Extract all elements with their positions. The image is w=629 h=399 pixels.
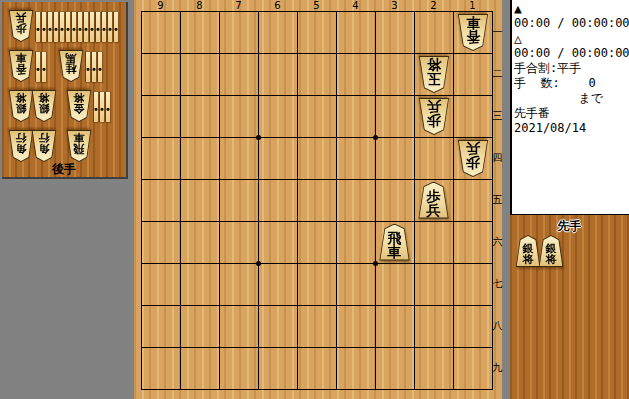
board-square[interactable] (375, 53, 414, 95)
koma-kanji: 飛車 (379, 224, 411, 261)
gote-hand-stacked-piece (105, 91, 110, 122)
gote-hand-row-3: 銀将銀将金将 (8, 86, 110, 122)
turn-indicator: 先手番 (512, 106, 629, 121)
rank-label: 六 (492, 221, 503, 263)
gote-piece[interactable]: 銀将 (31, 90, 57, 122)
board-square[interactable] (414, 137, 453, 179)
gote-hand-stacked-piece (65, 11, 70, 42)
file-label: 2 (414, 0, 453, 11)
rank-label: 二 (492, 53, 503, 95)
rank-label: 一 (492, 11, 503, 53)
gote-hand-stacked-piece (91, 51, 96, 82)
gote-piece[interactable]: 玉将 (418, 56, 450, 93)
sente-hand-group-銀将[interactable]: 銀将銀将 (515, 235, 561, 267)
game-date: 2021/08/14 (512, 121, 629, 136)
board-square[interactable] (219, 263, 258, 305)
star-point (373, 135, 378, 140)
koma-kanji: 歩兵 (457, 140, 489, 177)
board-square[interactable] (453, 221, 492, 263)
gote-piece[interactable]: 飛車 (66, 130, 92, 162)
gote-hand-stacked-piece (89, 11, 94, 42)
board-square[interactable] (414, 347, 453, 389)
occupied-square-3六[interactable]: 飛車 (375, 221, 414, 263)
gote-piece[interactable]: 金将 (66, 90, 92, 122)
sente-piece[interactable]: 飛車 (379, 224, 411, 261)
board-square[interactable] (180, 137, 219, 179)
board-square[interactable] (219, 221, 258, 263)
board-square[interactable] (258, 263, 297, 305)
board-square[interactable] (297, 263, 336, 305)
koma-kanji: 銀将 (31, 90, 57, 122)
gote-hand-group-金将[interactable]: 金将 (66, 90, 110, 122)
rank-label: 九 (492, 347, 503, 389)
gote-hand-stacked-piece (35, 51, 40, 82)
gote-hand-stacked-piece (59, 11, 64, 42)
occupied-square-1四[interactable]: 歩兵 (453, 137, 492, 179)
gote-pane: 歩兵 香車桂馬 銀将銀将金将 角行角行飛車 後手 (0, 0, 134, 399)
board-square[interactable] (297, 179, 336, 221)
rank-label: 三 (492, 95, 503, 137)
koma-kanji: 香車 (8, 50, 34, 82)
board-square[interactable] (219, 179, 258, 221)
board-square[interactable] (180, 179, 219, 221)
board-square[interactable] (141, 179, 180, 221)
rank-label: 七 (492, 263, 503, 305)
board-square[interactable] (453, 179, 492, 221)
koma-kanji: 香車 (457, 14, 489, 51)
board-square[interactable] (219, 11, 258, 53)
board-square[interactable] (258, 11, 297, 53)
board-square[interactable] (414, 305, 453, 347)
file-label: 4 (336, 0, 375, 11)
sente-clock: 00:00 / 00:00:00 (512, 16, 629, 31)
board-square[interactable] (453, 53, 492, 95)
made-label: まで (512, 91, 629, 106)
gote-hand-stacked-piece (53, 11, 58, 42)
star-point (256, 135, 261, 140)
koma-kanji: 角行 (31, 130, 57, 162)
star-point (256, 261, 261, 266)
board-square[interactable] (375, 179, 414, 221)
board-square[interactable] (219, 53, 258, 95)
gote-hand-group-飛車[interactable]: 飛車 (66, 130, 89, 162)
board-square[interactable] (297, 305, 336, 347)
board-square[interactable] (141, 11, 180, 53)
gote-hand-stacked-piece (47, 11, 52, 42)
board-square[interactable] (336, 95, 375, 137)
sente-turn-mark: ▲ (512, 1, 629, 16)
board-square[interactable] (180, 347, 219, 389)
board-square[interactable] (141, 305, 180, 347)
gote-hand-stacked-piece (83, 11, 88, 42)
gote-piece[interactable]: 歩兵 (457, 140, 489, 177)
board-square[interactable] (375, 137, 414, 179)
koma-kanji: 桂馬 (58, 50, 84, 82)
sente-hand-row: 銀将銀将 (515, 235, 561, 267)
koma-kanji: 玉将 (418, 56, 450, 93)
board-square[interactable] (219, 137, 258, 179)
board-square[interactable] (336, 179, 375, 221)
board-square[interactable] (375, 11, 414, 53)
board-square[interactable] (375, 347, 414, 389)
file-labels: 987654321 (141, 0, 492, 11)
occupied-square-1一[interactable]: 香車 (453, 11, 492, 53)
file-label: 1 (453, 0, 492, 11)
sente-piece[interactable]: 歩兵 (418, 182, 450, 219)
gote-hand-stacked-piece (77, 11, 82, 42)
rank-label: 四 (492, 137, 503, 179)
sente-piece[interactable]: 銀将 (538, 235, 564, 267)
board-square[interactable] (414, 11, 453, 53)
board-square[interactable] (336, 305, 375, 347)
file-label: 6 (258, 0, 297, 11)
board-square[interactable] (297, 347, 336, 389)
board-square[interactable] (258, 305, 297, 347)
board-square[interactable] (219, 305, 258, 347)
gote-hand-stacked-piece (107, 11, 112, 42)
board-square[interactable] (141, 347, 180, 389)
gote-hand-group-銀将[interactable]: 銀将銀将 (8, 90, 54, 122)
gote-piece[interactable]: 歩兵 (8, 10, 34, 42)
board-square[interactable] (414, 263, 453, 305)
gote-hand-stacked-piece (95, 11, 100, 42)
shogi-app-window: 歩兵 香車桂馬 銀将銀将金将 角行角行飛車 後手 987654321 一二三四五… (0, 0, 629, 399)
gote-clock: 00:00 / 00:00:00 (512, 46, 629, 61)
board-panel: 987654321 一二三四五六七八九 香車玉将歩兵歩兵歩兵飛車 (134, 0, 502, 399)
occupied-square-2五[interactable]: 歩兵 (414, 179, 453, 221)
board-square[interactable] (141, 263, 180, 305)
board-square[interactable] (180, 53, 219, 95)
board-square[interactable] (141, 53, 180, 95)
gote-hand-stacked-piece (41, 51, 46, 82)
board-square[interactable] (336, 11, 375, 53)
board-square[interactable] (297, 53, 336, 95)
board-square[interactable] (180, 305, 219, 347)
board-square[interactable] (258, 95, 297, 137)
gote-hand-row-2: 香車桂馬 (8, 46, 102, 82)
board-square[interactable] (375, 305, 414, 347)
board-square[interactable] (297, 11, 336, 53)
board-square[interactable] (414, 221, 453, 263)
gote-hand-stacked-piece (97, 51, 102, 82)
gote-hand-group-歩兵[interactable]: 歩兵 (8, 10, 118, 42)
koma-kanji: 歩兵 (8, 10, 34, 42)
koma-kanji: 金将 (66, 90, 92, 122)
koma-kanji: 飛車 (66, 130, 92, 162)
board-square[interactable] (297, 137, 336, 179)
board-square[interactable] (453, 305, 492, 347)
gote-piece[interactable]: 香車 (8, 50, 34, 82)
board-square[interactable] (258, 179, 297, 221)
board-square[interactable] (180, 221, 219, 263)
rank-label: 八 (492, 305, 503, 347)
gote-piece[interactable]: 角行 (31, 130, 57, 162)
board-square[interactable] (336, 263, 375, 305)
occupied-square-2三[interactable]: 歩兵 (414, 95, 453, 137)
board-square[interactable] (453, 263, 492, 305)
koma-kanji: 歩兵 (418, 98, 450, 135)
gote-hand-stacked-piece (85, 51, 90, 82)
gote-hand-stacked-piece (71, 11, 76, 42)
file-label: 5 (297, 0, 336, 11)
gote-hand-stacked-piece (35, 11, 40, 42)
gote-hand-group-香車[interactable]: 香車 (8, 50, 46, 82)
board-square[interactable] (375, 263, 414, 305)
koma-kanji: 銀将 (538, 235, 564, 267)
file-label: 9 (141, 0, 180, 11)
board-square[interactable] (258, 221, 297, 263)
gote-label: 後手 (2, 161, 126, 178)
board-square[interactable] (180, 263, 219, 305)
file-label: 8 (180, 0, 219, 11)
rank-labels: 一二三四五六七八九 (492, 11, 503, 389)
board-square[interactable] (336, 221, 375, 263)
gote-hand-stacked-piece (101, 11, 106, 42)
board-square[interactable] (375, 95, 414, 137)
board-square[interactable] (336, 137, 375, 179)
handicap-text: 手合割:平手 (512, 61, 629, 76)
board-square[interactable] (258, 347, 297, 389)
gote-hand-group-角行[interactable]: 角行角行 (8, 130, 54, 162)
gote-piece[interactable]: 桂馬 (58, 50, 84, 82)
sente-label: 先手 (510, 218, 629, 235)
board-square[interactable] (219, 95, 258, 137)
game-info-panel: ▲ 00:00 / 00:00:00 △ 00:00 / 00:00:00 手合… (510, 0, 629, 214)
gote-turn-mark: △ (512, 31, 629, 46)
right-pane: ▲ 00:00 / 00:00:00 △ 00:00 / 00:00:00 手合… (510, 0, 629, 399)
board-square[interactable] (141, 95, 180, 137)
rank-label: 五 (492, 179, 503, 221)
move-count-text: 手 数: 0 (512, 76, 629, 91)
board-square[interactable] (180, 11, 219, 53)
koma-kanji: 歩兵 (418, 182, 450, 219)
gote-hand-stacked-piece (99, 91, 104, 122)
board-square[interactable] (258, 53, 297, 95)
gote-hand-tray: 歩兵 香車桂馬 銀将銀将金将 角行角行飛車 後手 (2, 2, 128, 179)
board-square[interactable] (180, 95, 219, 137)
board-square[interactable] (141, 221, 180, 263)
board-square[interactable] (453, 95, 492, 137)
gote-hand-stacked-piece (113, 11, 118, 42)
board-square[interactable] (219, 347, 258, 389)
board-square[interactable] (297, 221, 336, 263)
board-square[interactable] (336, 347, 375, 389)
file-label: 3 (375, 0, 414, 11)
board-square[interactable] (141, 137, 180, 179)
gote-hand-row-1: 歩兵 (8, 6, 118, 42)
gote-hand-stacked-piece (41, 11, 46, 42)
board-square[interactable] (453, 347, 492, 389)
gote-hand-group-桂馬[interactable]: 桂馬 (58, 50, 102, 82)
gote-piece[interactable]: 歩兵 (418, 98, 450, 135)
gote-hand-row-4: 角行角行飛車 (8, 126, 89, 162)
sente-hand-tray: 先手 銀将銀将 (510, 214, 629, 399)
board-square[interactable] (336, 53, 375, 95)
occupied-square-2二[interactable]: 玉将 (414, 53, 453, 95)
gote-piece[interactable]: 香車 (457, 14, 489, 51)
file-label: 7 (219, 0, 258, 11)
board-square[interactable] (297, 95, 336, 137)
gote-hand-stacked-piece (93, 91, 98, 122)
board-square[interactable] (258, 137, 297, 179)
